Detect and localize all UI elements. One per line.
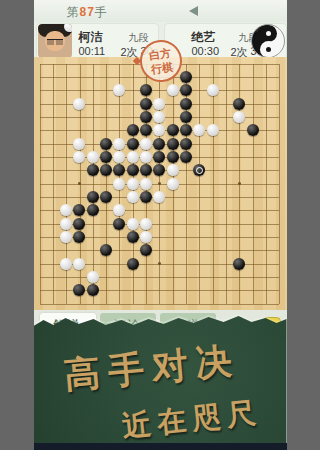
player-name: 绝艺 — [192, 29, 216, 46]
grid-line — [266, 64, 267, 304]
black-stone — [180, 111, 192, 123]
white-stone — [207, 124, 219, 136]
white-stone — [153, 111, 165, 123]
black-stone — [167, 124, 179, 136]
white-stone — [73, 138, 85, 150]
white-stone — [167, 84, 179, 96]
white-stone — [167, 178, 179, 190]
white-stone — [60, 218, 72, 230]
player-cards: 柯洁 九段 00:11 2次 30s 绝艺 九段 00:30 2次 30s 白方… — [34, 22, 287, 60]
white-stone — [60, 204, 72, 216]
star-point — [78, 182, 81, 185]
white-stone — [127, 151, 139, 163]
black-stone — [140, 111, 152, 123]
grid-line — [226, 64, 227, 304]
white-stone — [140, 138, 152, 150]
white-stone — [73, 258, 85, 270]
black-stone — [247, 124, 259, 136]
black-stone — [140, 84, 152, 96]
white-stone — [113, 178, 125, 190]
black-stone — [180, 84, 192, 96]
star-point — [158, 182, 161, 185]
promo-banner[interactable]: 高手对决 近在咫尺 — [34, 316, 287, 450]
white-stone — [167, 164, 179, 176]
black-stone — [73, 204, 85, 216]
white-stone — [87, 151, 99, 163]
black-stone — [180, 124, 192, 136]
white-stone — [60, 231, 72, 243]
black-stone — [113, 164, 125, 176]
black-stone — [140, 98, 152, 110]
black-stone — [100, 191, 112, 203]
white-stone — [153, 124, 165, 136]
avatar-glasses — [47, 39, 63, 45]
grid-line — [279, 64, 280, 304]
white-stone — [87, 271, 99, 283]
black-stone — [73, 218, 85, 230]
black-stone — [127, 138, 139, 150]
white-stone — [113, 151, 125, 163]
black-stone — [167, 138, 179, 150]
top-bar: 第87手 — [34, 0, 287, 22]
white-stone — [73, 151, 85, 163]
banner-subline: 近在咫尺 — [120, 393, 263, 447]
move-counter: 第87手 — [67, 4, 108, 21]
white-stone — [127, 218, 139, 230]
black-stone — [167, 151, 179, 163]
black-stone — [87, 164, 99, 176]
white-stone — [233, 111, 245, 123]
white-stone — [127, 178, 139, 190]
black-stone — [153, 164, 165, 176]
white-stone — [113, 84, 125, 96]
black-stone — [127, 231, 139, 243]
white-stone — [140, 178, 152, 190]
black-stone — [153, 151, 165, 163]
grid-line — [40, 277, 280, 278]
bottom-strip — [34, 443, 287, 450]
rewind-triangle-icon[interactable] — [189, 6, 198, 16]
black-stone — [233, 258, 245, 270]
black-stone — [233, 98, 245, 110]
black-stone — [73, 284, 85, 296]
black-stone — [73, 231, 85, 243]
black-stone — [127, 258, 139, 270]
player-clock: 00:30 — [192, 45, 220, 57]
black-stone — [180, 71, 192, 83]
black-stone — [87, 284, 99, 296]
grid-line — [199, 64, 200, 304]
black-stone — [180, 151, 192, 163]
yin-yang-icon — [251, 24, 285, 58]
grid-line — [40, 304, 280, 305]
white-stone — [140, 231, 152, 243]
black-stone — [100, 151, 112, 163]
white-stone — [73, 98, 85, 110]
player-rank: 九段 — [129, 31, 149, 45]
white-stone — [140, 151, 152, 163]
white-stone — [153, 98, 165, 110]
player-card-right[interactable]: 绝艺 九段 00:30 2次 30s — [164, 23, 287, 61]
black-stone — [140, 124, 152, 136]
black-stone — [140, 244, 152, 256]
black-stone — [127, 124, 139, 136]
white-stone — [153, 191, 165, 203]
yin-yang-dot — [266, 47, 271, 52]
black-stone — [140, 191, 152, 203]
black-stone — [127, 164, 139, 176]
banner-headline: 高手对决 — [62, 336, 242, 400]
black-stone — [153, 138, 165, 150]
player-clock: 00:11 — [79, 45, 106, 57]
black-stone — [180, 138, 192, 150]
star-point — [158, 262, 161, 265]
black-stone — [100, 244, 112, 256]
move-number: 87 — [80, 5, 95, 19]
white-stone — [127, 191, 139, 203]
white-stone — [113, 204, 125, 216]
black-stone — [87, 204, 99, 216]
black-stone — [140, 164, 152, 176]
black-stone — [100, 164, 112, 176]
go-board[interactable] — [34, 57, 287, 311]
yin-yang-dot — [266, 31, 271, 36]
player-name: 柯洁 — [79, 29, 103, 46]
white-stone — [113, 138, 125, 150]
white-stone — [207, 84, 219, 96]
white-stone — [140, 218, 152, 230]
black-stone — [100, 138, 112, 150]
black-stone — [193, 164, 205, 176]
grid-line — [213, 64, 214, 304]
grid-line — [40, 250, 280, 251]
black-stone — [87, 191, 99, 203]
last-move-marker — [196, 167, 203, 174]
white-stone — [193, 124, 205, 136]
go-app-screen: 第87手 柯洁 九段 00:11 2次 30s 绝艺 九段 00:30 2次 3… — [34, 0, 287, 450]
avatar — [38, 24, 72, 58]
black-stone — [180, 98, 192, 110]
grid-line — [253, 64, 254, 304]
star-point — [238, 182, 241, 185]
white-stone — [60, 258, 72, 270]
black-stone — [113, 218, 125, 230]
